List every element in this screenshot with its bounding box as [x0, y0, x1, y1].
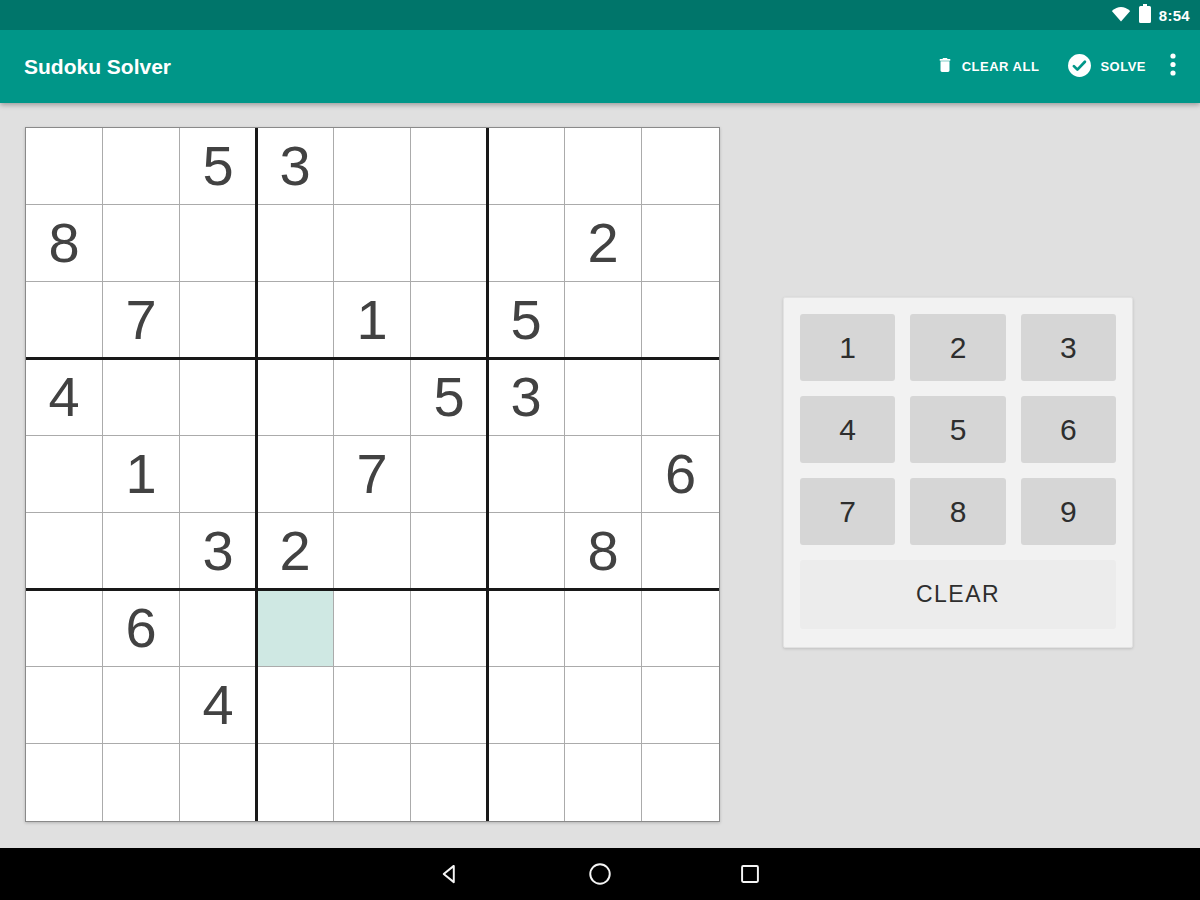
cell-r3c1[interactable] — [26, 282, 103, 359]
numpad-7-button[interactable]: 7 — [800, 478, 895, 545]
cell-r4c2[interactable] — [103, 359, 180, 436]
cell-r8c1[interactable] — [26, 667, 103, 744]
cell-r3c2[interactable]: 7 — [103, 282, 180, 359]
cell-r8c6[interactable] — [411, 667, 488, 744]
navigation-bar — [0, 848, 1200, 900]
cell-r7c5[interactable] — [334, 590, 411, 667]
cell-r1c8[interactable] — [565, 128, 642, 205]
cell-r3c4[interactable] — [257, 282, 334, 359]
cell-r1c7[interactable] — [488, 128, 565, 205]
cell-r1c4[interactable]: 3 — [257, 128, 334, 205]
app-bar: Sudoku Solver CLEAR ALL SOLVE — [0, 30, 1200, 103]
cell-r8c8[interactable] — [565, 667, 642, 744]
cell-r3c5[interactable]: 1 — [334, 282, 411, 359]
cell-r4c9[interactable] — [642, 359, 719, 436]
cell-r5c9[interactable]: 6 — [642, 436, 719, 513]
cell-r7c4[interactable] — [257, 590, 334, 667]
cell-r9c6[interactable] — [411, 744, 488, 821]
cell-r2c9[interactable] — [642, 205, 719, 282]
cell-r6c5[interactable] — [334, 513, 411, 590]
cell-r2c3[interactable] — [180, 205, 257, 282]
cell-r4c6[interactable]: 5 — [411, 359, 488, 436]
numpad-grid: 123456789 — [800, 314, 1116, 545]
cell-r6c4[interactable]: 2 — [257, 513, 334, 590]
cell-r9c9[interactable] — [642, 744, 719, 821]
cell-r8c9[interactable] — [642, 667, 719, 744]
cell-r5c2[interactable]: 1 — [103, 436, 180, 513]
vertical-dots-icon — [1170, 53, 1176, 80]
numpad-5-button[interactable]: 5 — [910, 396, 1005, 463]
clock-time: 8:54 — [1159, 7, 1190, 24]
clear-cell-button[interactable]: CLEAR — [800, 560, 1116, 629]
cell-r2c2[interactable] — [103, 205, 180, 282]
cell-r7c9[interactable] — [642, 590, 719, 667]
cell-r7c2[interactable]: 6 — [103, 590, 180, 667]
cell-r5c6[interactable] — [411, 436, 488, 513]
recents-icon — [737, 861, 763, 887]
cell-r6c9[interactable] — [642, 513, 719, 590]
cell-r9c3[interactable] — [180, 744, 257, 821]
cell-r8c3[interactable]: 4 — [180, 667, 257, 744]
numpad-3-button[interactable]: 3 — [1021, 314, 1116, 381]
cell-r4c5[interactable] — [334, 359, 411, 436]
battery-icon — [1139, 4, 1151, 27]
cell-r3c9[interactable] — [642, 282, 719, 359]
cell-r2c8[interactable]: 2 — [565, 205, 642, 282]
recents-button[interactable] — [737, 861, 763, 887]
numpad-6-button[interactable]: 6 — [1021, 396, 1116, 463]
cell-r1c3[interactable]: 5 — [180, 128, 257, 205]
clear-all-button[interactable]: CLEAR ALL — [936, 55, 1040, 78]
cell-r7c8[interactable] — [565, 590, 642, 667]
status-bar: 8:54 — [0, 0, 1200, 30]
sudoku-grid: 538271545317632864 — [26, 128, 719, 821]
cell-r2c7[interactable] — [488, 205, 565, 282]
cell-r3c6[interactable] — [411, 282, 488, 359]
cell-r6c1[interactable] — [26, 513, 103, 590]
cell-r9c5[interactable] — [334, 744, 411, 821]
cell-r4c8[interactable] — [565, 359, 642, 436]
wifi-icon — [1111, 5, 1131, 26]
cell-r3c7[interactable]: 5 — [488, 282, 565, 359]
cell-r5c8[interactable] — [565, 436, 642, 513]
cell-r4c7[interactable]: 3 — [488, 359, 565, 436]
cell-r1c9[interactable] — [642, 128, 719, 205]
home-icon — [587, 861, 613, 887]
solve-button[interactable]: SOLVE — [1067, 53, 1146, 81]
app-bar-actions: CLEAR ALL SOLVE — [936, 53, 1200, 81]
cell-r8c2[interactable] — [103, 667, 180, 744]
cell-r5c1[interactable] — [26, 436, 103, 513]
cell-r9c8[interactable] — [565, 744, 642, 821]
cell-r4c4[interactable] — [257, 359, 334, 436]
cell-r5c5[interactable]: 7 — [334, 436, 411, 513]
cell-r6c8[interactable]: 8 — [565, 513, 642, 590]
cell-r5c3[interactable] — [180, 436, 257, 513]
back-button[interactable] — [437, 861, 463, 887]
cell-r4c3[interactable] — [180, 359, 257, 436]
page-title: Sudoku Solver — [24, 55, 171, 79]
clear-all-label: CLEAR ALL — [962, 59, 1040, 74]
cell-r3c3[interactable] — [180, 282, 257, 359]
cell-r7c7[interactable] — [488, 590, 565, 667]
cell-r9c4[interactable] — [257, 744, 334, 821]
sudoku-board: 538271545317632864 — [25, 127, 720, 822]
cell-r8c4[interactable] — [257, 667, 334, 744]
cell-r5c7[interactable] — [488, 436, 565, 513]
cell-r2c1[interactable]: 8 — [26, 205, 103, 282]
cell-r1c2[interactable] — [103, 128, 180, 205]
cell-r7c1[interactable] — [26, 590, 103, 667]
cell-r6c7[interactable] — [488, 513, 565, 590]
trash-icon — [936, 55, 954, 78]
cell-r6c3[interactable]: 3 — [180, 513, 257, 590]
cell-r6c6[interactable] — [411, 513, 488, 590]
cell-r7c3[interactable] — [180, 590, 257, 667]
numpad-2-button[interactable]: 2 — [910, 314, 1005, 381]
cell-r2c4[interactable] — [257, 205, 334, 282]
solve-label: SOLVE — [1100, 59, 1146, 74]
cell-r7c6[interactable] — [411, 590, 488, 667]
numpad-panel: 123456789 CLEAR — [783, 297, 1133, 648]
cell-r4c1[interactable]: 4 — [26, 359, 103, 436]
back-icon — [437, 861, 463, 887]
cell-r1c1[interactable] — [26, 128, 103, 205]
numpad-4-button[interactable]: 4 — [800, 396, 895, 463]
numpad-1-button[interactable]: 1 — [800, 314, 895, 381]
cell-r6c2[interactable] — [103, 513, 180, 590]
cell-r9c7[interactable] — [488, 744, 565, 821]
cell-r9c2[interactable] — [103, 744, 180, 821]
numpad-8-button[interactable]: 8 — [910, 478, 1005, 545]
cell-r5c4[interactable] — [257, 436, 334, 513]
numpad-9-button[interactable]: 9 — [1021, 478, 1116, 545]
cell-r1c6[interactable] — [411, 128, 488, 205]
cell-r9c1[interactable] — [26, 744, 103, 821]
overflow-menu-button[interactable] — [1170, 53, 1176, 80]
home-button[interactable] — [587, 861, 613, 887]
check-circle-icon — [1067, 53, 1092, 81]
cell-r1c5[interactable] — [334, 128, 411, 205]
cell-r2c6[interactable] — [411, 205, 488, 282]
cell-r2c5[interactable] — [334, 205, 411, 282]
cell-r8c5[interactable] — [334, 667, 411, 744]
cell-r3c8[interactable] — [565, 282, 642, 359]
cell-r8c7[interactable] — [488, 667, 565, 744]
